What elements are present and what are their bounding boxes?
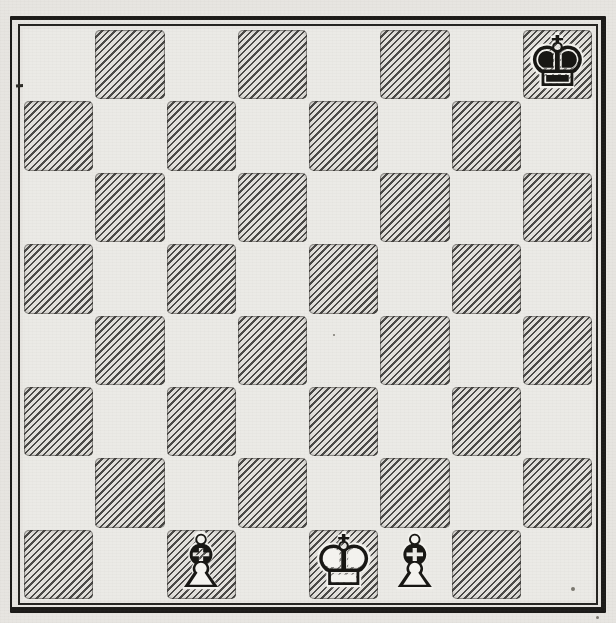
dark-square-hatch xyxy=(452,101,521,170)
square-c6[interactable] xyxy=(166,172,237,243)
white-king-e1[interactable]: ♚♔ xyxy=(308,529,379,600)
chess-board-frame: ♚♚♝♗♚♔♝♗ xyxy=(10,16,606,613)
square-b4[interactable] xyxy=(94,315,165,386)
square-h5[interactable] xyxy=(522,243,593,314)
white-bishop-icon: ♗ xyxy=(168,525,233,598)
dark-square-hatch xyxy=(95,458,164,527)
square-e1[interactable]: ♚♔ xyxy=(308,529,379,600)
square-d3[interactable] xyxy=(237,386,308,457)
square-b2[interactable] xyxy=(94,457,165,528)
square-f1[interactable]: ♝♗ xyxy=(379,529,450,600)
dark-square-hatch xyxy=(309,101,378,170)
square-h8[interactable]: ♚♚ xyxy=(522,29,593,100)
square-g7[interactable] xyxy=(451,100,522,171)
square-a8[interactable] xyxy=(23,29,94,100)
dark-square-hatch xyxy=(167,101,236,170)
square-d4[interactable] xyxy=(237,315,308,386)
square-c5[interactable] xyxy=(166,243,237,314)
square-h6[interactable] xyxy=(522,172,593,243)
square-d2[interactable] xyxy=(237,457,308,528)
square-a1[interactable] xyxy=(23,529,94,600)
dark-square-hatch xyxy=(24,101,93,170)
dark-square-hatch xyxy=(523,173,592,242)
white-bishop-c1[interactable]: ♝♗ xyxy=(166,529,237,600)
dark-square-hatch xyxy=(238,30,307,99)
square-c3[interactable] xyxy=(166,386,237,457)
dark-square-hatch xyxy=(95,316,164,385)
dark-square-hatch xyxy=(452,530,521,599)
paper-speck xyxy=(333,334,335,336)
square-d7[interactable] xyxy=(237,100,308,171)
dark-square-hatch xyxy=(167,387,236,456)
square-b5[interactable] xyxy=(94,243,165,314)
black-king-h8[interactable]: ♚♚ xyxy=(522,29,593,100)
dark-square-hatch xyxy=(523,316,592,385)
square-a7[interactable] xyxy=(23,100,94,171)
square-g8[interactable] xyxy=(451,29,522,100)
square-a5[interactable] xyxy=(23,243,94,314)
dark-square-hatch xyxy=(167,244,236,313)
dark-square-hatch xyxy=(95,173,164,242)
square-g4[interactable] xyxy=(451,315,522,386)
dark-square-hatch xyxy=(24,530,93,599)
black-king-icon: ♚ xyxy=(526,27,589,97)
square-b3[interactable] xyxy=(94,386,165,457)
square-g1[interactable] xyxy=(451,529,522,600)
square-e7[interactable] xyxy=(308,100,379,171)
square-g6[interactable] xyxy=(451,172,522,243)
dark-square-hatch xyxy=(24,387,93,456)
dark-square-hatch xyxy=(380,30,449,99)
square-a3[interactable] xyxy=(23,386,94,457)
square-b6[interactable] xyxy=(94,172,165,243)
square-f5[interactable] xyxy=(379,243,450,314)
square-e3[interactable] xyxy=(308,386,379,457)
dark-square-hatch xyxy=(95,30,164,99)
paper-speck xyxy=(571,587,575,591)
white-bishop-f1[interactable]: ♝♗ xyxy=(379,529,450,600)
white-bishop-icon: ♗ xyxy=(382,525,447,598)
book-page: ♚♚♝♗♚♔♝♗ xyxy=(0,0,616,623)
square-b7[interactable] xyxy=(94,100,165,171)
square-b1[interactable] xyxy=(94,529,165,600)
square-a2[interactable] xyxy=(23,457,94,528)
square-f8[interactable] xyxy=(379,29,450,100)
square-e6[interactable] xyxy=(308,172,379,243)
square-c4[interactable] xyxy=(166,315,237,386)
square-f6[interactable] xyxy=(379,172,450,243)
dark-square-hatch xyxy=(24,244,93,313)
dark-square-hatch xyxy=(452,387,521,456)
square-f3[interactable] xyxy=(379,386,450,457)
dark-square-hatch xyxy=(238,458,307,527)
dark-square-hatch xyxy=(523,458,592,527)
square-f4[interactable] xyxy=(379,315,450,386)
dark-square-hatch xyxy=(238,173,307,242)
dark-square-hatch xyxy=(452,244,521,313)
dark-square-hatch xyxy=(238,316,307,385)
dark-square-hatch xyxy=(380,316,449,385)
square-c8[interactable] xyxy=(166,29,237,100)
paper-speck xyxy=(596,616,599,619)
square-g3[interactable] xyxy=(451,386,522,457)
square-a4[interactable] xyxy=(23,315,94,386)
square-e5[interactable] xyxy=(308,243,379,314)
square-g5[interactable] xyxy=(451,243,522,314)
square-h7[interactable] xyxy=(522,100,593,171)
dark-square-hatch xyxy=(380,173,449,242)
square-h2[interactable] xyxy=(522,457,593,528)
square-c1[interactable]: ♝♗ xyxy=(166,529,237,600)
square-e8[interactable] xyxy=(308,29,379,100)
square-d8[interactable] xyxy=(237,29,308,100)
square-h4[interactable] xyxy=(522,315,593,386)
dark-square-hatch xyxy=(309,387,378,456)
square-h3[interactable] xyxy=(522,386,593,457)
square-d6[interactable] xyxy=(237,172,308,243)
square-c7[interactable] xyxy=(166,100,237,171)
white-king-icon: ♔ xyxy=(312,527,375,597)
chess-board: ♚♚♝♗♚♔♝♗ xyxy=(23,29,593,600)
square-h1[interactable] xyxy=(522,529,593,600)
square-d1[interactable] xyxy=(237,529,308,600)
square-e4[interactable] xyxy=(308,315,379,386)
square-g2[interactable] xyxy=(451,457,522,528)
square-d5[interactable] xyxy=(237,243,308,314)
square-f7[interactable] xyxy=(379,100,450,171)
dark-square-hatch xyxy=(309,244,378,313)
square-a6[interactable] xyxy=(23,172,94,243)
square-b8[interactable] xyxy=(94,29,165,100)
